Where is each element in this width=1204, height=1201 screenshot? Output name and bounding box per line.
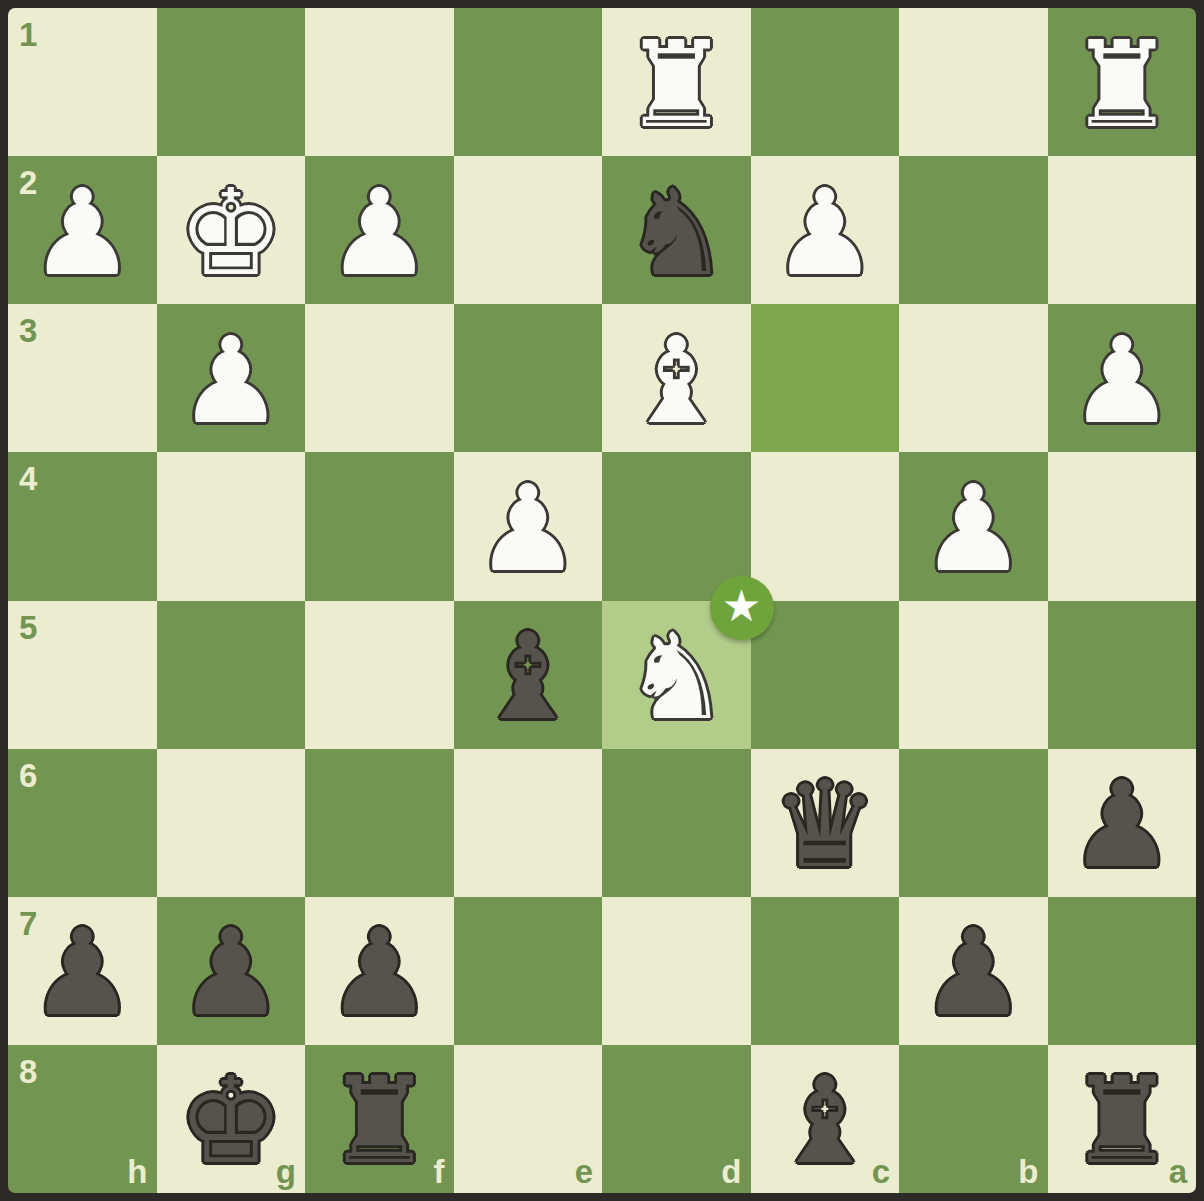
rank-label-8: 8 <box>19 1053 37 1091</box>
white-rook-a1[interactable]: ♜ <box>1048 8 1197 156</box>
black-bishop-e5[interactable]: ♝ <box>454 601 603 749</box>
file-label-c: c <box>872 1153 890 1191</box>
square-f6[interactable] <box>305 749 454 897</box>
file-label-b: b <box>1018 1153 1038 1191</box>
file-label-h: h <box>127 1153 147 1191</box>
file-label-d: d <box>721 1153 741 1191</box>
square-h7[interactable]: 7♟ <box>8 897 157 1045</box>
white-pawn-e4[interactable]: ♟ <box>454 452 603 600</box>
square-d8[interactable]: d <box>602 1045 751 1193</box>
black-pawn-f7[interactable]: ♟ <box>305 897 454 1045</box>
square-g5[interactable] <box>157 601 306 749</box>
square-c5[interactable] <box>751 601 900 749</box>
star-icon: ★ <box>722 584 761 632</box>
square-h3[interactable]: 3 <box>8 304 157 452</box>
white-pawn-c2[interactable]: ♟ <box>751 156 900 304</box>
black-knight-d2[interactable]: ♞ <box>602 156 751 304</box>
square-a2[interactable] <box>1048 156 1197 304</box>
square-h1[interactable]: 1 <box>8 8 157 156</box>
rank-label-3: 3 <box>19 312 37 350</box>
square-g1[interactable] <box>157 8 306 156</box>
white-pawn-b4[interactable]: ♟ <box>899 452 1048 600</box>
square-f5[interactable] <box>305 601 454 749</box>
white-pawn-g3[interactable]: ♟ <box>157 304 306 452</box>
square-d6[interactable] <box>602 749 751 897</box>
square-b7[interactable]: ♟ <box>899 897 1048 1045</box>
square-f2[interactable]: ♟ <box>305 156 454 304</box>
square-c2[interactable]: ♟ <box>751 156 900 304</box>
square-c4[interactable] <box>751 452 900 600</box>
square-a4[interactable] <box>1048 452 1197 600</box>
square-g6[interactable] <box>157 749 306 897</box>
square-b6[interactable] <box>899 749 1048 897</box>
square-c8[interactable]: c♝ <box>751 1045 900 1193</box>
square-h6[interactable]: 6 <box>8 749 157 897</box>
rank-label-5: 5 <box>19 609 37 647</box>
black-pawn-a6[interactable]: ♟ <box>1048 749 1197 897</box>
square-a6[interactable]: ♟ <box>1048 749 1197 897</box>
square-h4[interactable]: 4 <box>8 452 157 600</box>
black-rook-f8[interactable]: ♜ <box>305 1045 454 1193</box>
square-f7[interactable]: ♟ <box>305 897 454 1045</box>
square-h5[interactable]: 5 <box>8 601 157 749</box>
square-h2[interactable]: 2♟ <box>8 156 157 304</box>
chess-board[interactable]: 1♜♜2♟♚♟♞♟3♟♝♟4♟♟5♝♞★6♛♟7♟♟♟♟8hg♚f♜edc♝ba… <box>8 8 1196 1193</box>
file-label-a: a <box>1169 1153 1187 1191</box>
square-b4[interactable]: ♟ <box>899 452 1048 600</box>
square-h8[interactable]: 8h <box>8 1045 157 1193</box>
square-b3[interactable] <box>899 304 1048 452</box>
square-b8[interactable]: b <box>899 1045 1048 1193</box>
square-g3[interactable]: ♟ <box>157 304 306 452</box>
square-g7[interactable]: ♟ <box>157 897 306 1045</box>
square-b1[interactable] <box>899 8 1048 156</box>
square-e8[interactable]: e <box>454 1045 603 1193</box>
square-e2[interactable] <box>454 156 603 304</box>
file-label-e: e <box>575 1153 593 1191</box>
square-a8[interactable]: a♜ <box>1048 1045 1197 1193</box>
white-bishop-d3[interactable]: ♝ <box>602 304 751 452</box>
black-pawn-g7[interactable]: ♟ <box>157 897 306 1045</box>
square-e7[interactable] <box>454 897 603 1045</box>
square-f8[interactable]: f♜ <box>305 1045 454 1193</box>
square-f1[interactable] <box>305 8 454 156</box>
white-pawn-f2[interactable]: ♟ <box>305 156 454 304</box>
black-queen-c6[interactable]: ♛ <box>751 749 900 897</box>
square-f4[interactable] <box>305 452 454 600</box>
square-g4[interactable] <box>157 452 306 600</box>
square-e4[interactable]: ♟ <box>454 452 603 600</box>
white-king-g2[interactable]: ♚ <box>157 156 306 304</box>
white-pawn-a3[interactable]: ♟ <box>1048 304 1197 452</box>
square-c3[interactable] <box>751 304 900 452</box>
square-c7[interactable] <box>751 897 900 1045</box>
square-d5[interactable]: ♞★ <box>602 601 751 749</box>
board-container: 1♜♜2♟♚♟♞♟3♟♝♟4♟♟5♝♞★6♛♟7♟♟♟♟8hg♚f♜edc♝ba… <box>0 0 1204 1201</box>
file-label-g: g <box>276 1153 296 1191</box>
rank-label-7: 7 <box>19 905 37 943</box>
square-c6[interactable]: ♛ <box>751 749 900 897</box>
square-d2[interactable]: ♞ <box>602 156 751 304</box>
rank-label-2: 2 <box>19 164 37 202</box>
square-g2[interactable]: ♚ <box>157 156 306 304</box>
square-e1[interactable] <box>454 8 603 156</box>
square-d7[interactable] <box>602 897 751 1045</box>
square-b2[interactable] <box>899 156 1048 304</box>
white-rook-d1[interactable]: ♜ <box>602 8 751 156</box>
square-e5[interactable]: ♝ <box>454 601 603 749</box>
square-c1[interactable] <box>751 8 900 156</box>
square-a7[interactable] <box>1048 897 1197 1045</box>
square-a3[interactable]: ♟ <box>1048 304 1197 452</box>
black-pawn-b7[interactable]: ♟ <box>899 897 1048 1045</box>
square-a1[interactable]: ♜ <box>1048 8 1197 156</box>
file-label-f: f <box>434 1153 445 1191</box>
square-e6[interactable] <box>454 749 603 897</box>
square-e3[interactable] <box>454 304 603 452</box>
square-d3[interactable]: ♝ <box>602 304 751 452</box>
best-move-star-icon: ★ <box>710 576 774 640</box>
square-b5[interactable] <box>899 601 1048 749</box>
rank-label-4: 4 <box>19 460 37 498</box>
square-d1[interactable]: ♜ <box>602 8 751 156</box>
square-f3[interactable] <box>305 304 454 452</box>
rank-label-6: 6 <box>19 757 37 795</box>
square-g8[interactable]: g♚ <box>157 1045 306 1193</box>
square-a5[interactable] <box>1048 601 1197 749</box>
rank-label-1: 1 <box>19 16 37 54</box>
